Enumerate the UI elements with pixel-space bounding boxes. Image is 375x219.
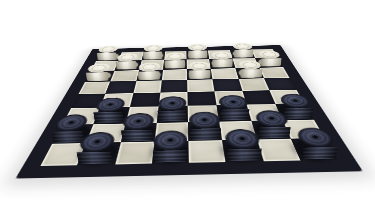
- board-square-light: [188, 140, 226, 163]
- piece-side-wall: [258, 126, 291, 138]
- perspective-scene: [63, 0, 312, 217]
- checker-piece-white: [87, 71, 112, 81]
- piece-side-wall: [189, 70, 211, 79]
- board-square-dark: [78, 142, 121, 165]
- board-square-dark: [188, 121, 222, 140]
- board-square-dark: [141, 51, 165, 60]
- board-square-dark: [230, 50, 255, 59]
- piece-side-wall: [190, 128, 222, 140]
- piece-side-wall: [261, 58, 282, 67]
- piece-side-wall: [213, 59, 234, 68]
- board-square-dark: [129, 93, 160, 108]
- board-square-dark: [152, 141, 189, 164]
- board-square-dark: [115, 60, 142, 70]
- piece-top-face: [157, 96, 186, 111]
- piece-side-wall: [164, 60, 185, 69]
- checker-piece-black: [189, 122, 221, 140]
- piece-side-wall: [116, 61, 137, 70]
- checker-piece-white: [143, 52, 163, 60]
- board-square-dark: [187, 91, 216, 105]
- board-square-dark: [106, 81, 136, 94]
- piece-top-face: [121, 113, 155, 130]
- checker-piece-black: [153, 142, 187, 163]
- board-square-dark: [160, 80, 187, 93]
- board-square-dark: [291, 138, 338, 161]
- checker-piece-white: [138, 70, 161, 80]
- piece-top-face: [137, 62, 160, 71]
- checker-piece-white: [189, 69, 211, 79]
- checker-piece-black: [158, 107, 187, 122]
- board-square-dark: [120, 123, 156, 143]
- board-square-dark: [187, 69, 213, 80]
- piece-side-wall: [77, 151, 113, 164]
- piece-top-face: [189, 61, 211, 70]
- piece-side-wall: [121, 129, 154, 141]
- checker-piece-white: [237, 68, 261, 77]
- piece-top-face: [152, 130, 187, 150]
- product-photo: [0, 0, 375, 219]
- board-square-light: [259, 67, 289, 78]
- piece-side-wall: [137, 71, 159, 80]
- checker-piece-white: [165, 60, 185, 68]
- board-square-light: [133, 80, 162, 93]
- board-square-dark: [222, 139, 263, 162]
- checker-piece-white: [117, 61, 139, 70]
- checker-piece-black: [218, 105, 249, 120]
- piece-side-wall: [157, 110, 186, 121]
- piece-side-wall: [152, 150, 187, 163]
- board-square-dark: [209, 59, 235, 69]
- board-square-dark: [217, 105, 251, 122]
- piece-side-wall: [51, 131, 85, 143]
- board-square-light: [111, 70, 139, 81]
- piece-side-wall: [240, 69, 262, 78]
- checker-piece-white: [231, 50, 252, 58]
- piece-side-wall: [221, 109, 251, 120]
- board-square-light: [162, 69, 188, 80]
- board-square-dark: [136, 70, 163, 81]
- board-square-dark: [235, 68, 264, 79]
- piece-side-wall: [188, 51, 207, 59]
- checker-piece-black: [122, 123, 155, 141]
- board-square-light: [115, 141, 155, 164]
- piece-side-wall: [86, 72, 109, 81]
- checker-piece-black: [224, 140, 261, 161]
- board-square-dark: [213, 79, 242, 92]
- board-square-dark: [264, 78, 297, 91]
- board-square-light: [211, 68, 238, 79]
- piece-side-wall: [143, 52, 163, 60]
- board-square-dark: [163, 59, 187, 69]
- piece-side-wall: [283, 108, 314, 119]
- piece-side-wall: [227, 148, 262, 161]
- board-square-dark: [157, 106, 188, 123]
- board-square-light: [238, 78, 269, 91]
- piece-side-wall: [301, 147, 338, 160]
- board-square-light: [187, 79, 214, 92]
- scene-tilt: [0, 0, 375, 219]
- checker-piece-white: [211, 59, 233, 67]
- checker-piece-black: [79, 143, 118, 164]
- checker-piece-white: [188, 51, 207, 59]
- checkers-board: [15, 45, 362, 178]
- checker-piece-black: [292, 139, 335, 160]
- board-square-dark: [187, 50, 210, 59]
- piece-side-wall: [94, 112, 125, 123]
- piece-side-wall: [234, 50, 254, 58]
- piece-side-wall: [97, 53, 117, 61]
